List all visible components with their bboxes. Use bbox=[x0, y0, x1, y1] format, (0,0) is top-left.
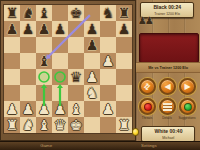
white-pawn: ♟ bbox=[84, 69, 100, 85]
square-d8[interactable] bbox=[52, 5, 68, 21]
square-e1[interactable]: ♚ bbox=[68, 117, 84, 133]
square-e5[interactable] bbox=[68, 53, 84, 69]
square-c3[interactable] bbox=[36, 85, 52, 101]
captured-pieces-tray: ♟♟ bbox=[138, 14, 168, 28]
square-c1[interactable]: ♝ bbox=[36, 117, 52, 133]
square-a3[interactable] bbox=[4, 85, 20, 101]
square-g2[interactable]: ♟ bbox=[100, 101, 116, 117]
square-g3[interactable] bbox=[100, 85, 116, 101]
square-f7[interactable]: ♟ bbox=[84, 21, 100, 37]
black-pawn: ♟ bbox=[52, 21, 68, 37]
square-g4[interactable] bbox=[100, 69, 116, 85]
details-button[interactable] bbox=[159, 98, 176, 115]
white-knight: ♞ bbox=[84, 85, 100, 101]
white-pawn: ♟ bbox=[100, 101, 116, 117]
square-e8[interactable]: ♚ bbox=[68, 5, 84, 21]
square-g8[interactable]: ♞ bbox=[100, 5, 116, 21]
black-pawn: ♟ bbox=[84, 21, 100, 37]
white-knight: ♞ bbox=[20, 117, 36, 133]
square-f3[interactable]: ♞ bbox=[84, 85, 100, 101]
back-triangle-icon: ◀ bbox=[164, 83, 170, 91]
square-c2[interactable]: ♟ bbox=[36, 101, 52, 117]
square-a6[interactable] bbox=[4, 37, 20, 53]
black-king: ♚ bbox=[68, 5, 84, 21]
menu-item-settings[interactable]: Settings bbox=[141, 144, 157, 148]
green-dot-icon bbox=[184, 103, 192, 111]
square-b1[interactable]: ♞ bbox=[20, 117, 36, 133]
square-a4[interactable] bbox=[4, 69, 20, 85]
white-pawn: ♟ bbox=[52, 101, 68, 117]
white-king: ♚ bbox=[68, 117, 84, 133]
square-f8[interactable] bbox=[84, 5, 100, 21]
square-h7[interactable]: ♟ bbox=[116, 21, 132, 37]
black-clock-time: Black 00:24 bbox=[153, 4, 181, 9]
black-rook: ♜ bbox=[116, 5, 132, 21]
square-c4[interactable] bbox=[36, 69, 52, 85]
side-panel: Black 00:24 Trainer 1200 Elo ♟♟ Me vs Tr… bbox=[136, 0, 200, 141]
square-e3[interactable] bbox=[68, 85, 84, 101]
white-bishop: ♝ bbox=[36, 117, 52, 133]
square-a5[interactable] bbox=[4, 53, 20, 69]
black-pawn: ♟ bbox=[20, 21, 36, 37]
list-bars-icon bbox=[163, 103, 172, 111]
square-g6[interactable] bbox=[100, 37, 116, 53]
white-turn-indicator-led bbox=[132, 128, 139, 136]
square-h3[interactable] bbox=[116, 85, 132, 101]
square-d2[interactable]: ♟ bbox=[52, 101, 68, 117]
square-d4[interactable] bbox=[52, 69, 68, 85]
match-label: Me vs Trainer 1200 Elo bbox=[148, 66, 188, 70]
match-label-plaque: Me vs Trainer 1200 Elo bbox=[136, 62, 200, 73]
captured-black-pawns: ♟♟ bbox=[138, 15, 152, 26]
square-a8[interactable]: ♜ bbox=[4, 5, 20, 21]
suggestions-button[interactable] bbox=[179, 98, 196, 115]
move-list-panel bbox=[139, 33, 199, 63]
black-pawn: ♟ bbox=[4, 21, 20, 37]
square-g7[interactable] bbox=[100, 21, 116, 37]
swap-arrows-icon: ⇄ bbox=[142, 81, 152, 91]
square-b5[interactable] bbox=[20, 53, 36, 69]
square-h4[interactable] bbox=[116, 69, 132, 85]
square-h5[interactable] bbox=[116, 53, 132, 69]
white-pawn: ♟ bbox=[100, 53, 116, 69]
square-d3[interactable] bbox=[52, 85, 68, 101]
square-g5[interactable]: ♟ bbox=[100, 53, 116, 69]
chess-app-window: ♜♞♝♚♞♜♟♟♟♟♟♟♟♝♟♛♟♞♟♟♟♟♝♟♜♞♝♛♚♜ Black 00:… bbox=[0, 0, 200, 150]
square-f1[interactable] bbox=[84, 117, 100, 133]
square-a1[interactable]: ♜ bbox=[4, 117, 20, 133]
white-bishop: ♝ bbox=[68, 101, 84, 117]
square-e2[interactable]: ♝ bbox=[68, 101, 84, 117]
black-bishop: ♝ bbox=[36, 53, 52, 69]
square-f4[interactable]: ♟ bbox=[84, 69, 100, 85]
black-pawn: ♟ bbox=[36, 21, 52, 37]
square-d5[interactable] bbox=[52, 53, 68, 69]
square-f5[interactable] bbox=[84, 53, 100, 69]
white-rook: ♜ bbox=[116, 117, 132, 133]
square-e4[interactable]: ♛ bbox=[68, 69, 84, 85]
square-b7[interactable]: ♟ bbox=[20, 21, 36, 37]
threats-label: Threats bbox=[138, 116, 157, 120]
white-queen: ♛ bbox=[52, 117, 68, 133]
white-rook: ♜ bbox=[4, 117, 20, 133]
bottom-menu-bar: Game Settings bbox=[0, 141, 200, 150]
black-rook: ♜ bbox=[4, 5, 20, 21]
square-b6[interactable] bbox=[20, 37, 36, 53]
square-h8[interactable]: ♜ bbox=[116, 5, 132, 21]
forward-triangle-icon: ▶ bbox=[184, 83, 190, 91]
threats-button[interactable] bbox=[139, 98, 156, 115]
square-h2[interactable] bbox=[116, 101, 132, 117]
square-e7[interactable] bbox=[68, 21, 84, 37]
black-pawn: ♟ bbox=[84, 37, 100, 53]
white-pawn: ♟ bbox=[20, 101, 36, 117]
board-frame: ♜♞♝♚♞♜♟♟♟♟♟♟♟♝♟♛♟♞♟♟♟♟♝♟♜♞♝♛♚♜ bbox=[0, 0, 136, 141]
square-b2[interactable]: ♟ bbox=[20, 101, 36, 117]
square-a7[interactable]: ♟ bbox=[4, 21, 20, 37]
white-clock-time: White 00:40 bbox=[154, 128, 182, 133]
board[interactable]: ♜♞♝♚♞♜♟♟♟♟♟♟♟♝♟♛♟♞♟♟♟♟♝♟♜♞♝♛♚♜ bbox=[4, 5, 132, 133]
square-f6[interactable]: ♟ bbox=[84, 37, 100, 53]
suggestions-label: Suggestions bbox=[178, 116, 197, 120]
square-b8[interactable]: ♞ bbox=[20, 5, 36, 21]
square-c7[interactable]: ♟ bbox=[36, 21, 52, 37]
black-bishop: ♝ bbox=[36, 5, 52, 21]
square-c6[interactable] bbox=[36, 37, 52, 53]
square-c5[interactable]: ♝ bbox=[36, 53, 52, 69]
white-clock: White 00:40 Michael bbox=[141, 126, 195, 142]
details-label: Details bbox=[158, 116, 177, 120]
square-b4[interactable] bbox=[20, 69, 36, 85]
swap-sides-button[interactable]: ⇄ bbox=[139, 78, 156, 95]
square-b3[interactable] bbox=[20, 85, 36, 101]
square-e6[interactable] bbox=[68, 37, 84, 53]
white-pawn: ♟ bbox=[4, 101, 20, 117]
black-knight: ♞ bbox=[20, 5, 36, 21]
black-knight: ♞ bbox=[100, 5, 116, 21]
square-d7[interactable]: ♟ bbox=[52, 21, 68, 37]
square-g1[interactable] bbox=[100, 117, 116, 133]
square-c8[interactable]: ♝ bbox=[36, 5, 52, 21]
square-f2[interactable] bbox=[84, 101, 100, 117]
white-pawn: ♟ bbox=[36, 101, 52, 117]
square-h6[interactable] bbox=[116, 37, 132, 53]
square-h1[interactable]: ♜ bbox=[116, 117, 132, 133]
forward-button[interactable]: ▶ bbox=[179, 78, 196, 95]
black-queen: ♛ bbox=[68, 69, 84, 85]
menu-item-game[interactable]: Game bbox=[40, 144, 52, 148]
square-d1[interactable]: ♛ bbox=[52, 117, 68, 133]
square-a2[interactable]: ♟ bbox=[4, 101, 20, 117]
back-button[interactable]: ◀ bbox=[159, 78, 176, 95]
square-d6[interactable] bbox=[52, 37, 68, 53]
white-player-name: Michael bbox=[162, 136, 174, 139]
black-pawn: ♟ bbox=[116, 21, 132, 37]
red-dot-icon bbox=[144, 103, 152, 111]
